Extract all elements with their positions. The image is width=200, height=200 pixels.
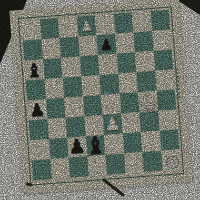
board-square-f2[interactable] [122, 132, 142, 153]
board-square-g6[interactable] [135, 51, 155, 72]
chess-board: ♟♟♝♟♚♟♟♝ [9, 0, 192, 194]
board-square-f1[interactable] [124, 152, 144, 173]
board-square-f5[interactable] [118, 72, 138, 93]
board-square-a2[interactable] [30, 139, 50, 160]
board-square-e5[interactable] [99, 74, 119, 95]
board-square-g3[interactable] [139, 111, 159, 132]
board-square-c8[interactable] [58, 17, 78, 38]
board-square-d2[interactable]: ♝ [85, 135, 105, 156]
chess-piece-black-pawn-a4[interactable]: ♟ [29, 109, 45, 110]
board-square-c7[interactable] [60, 37, 80, 58]
board-square-f8[interactable] [113, 12, 133, 33]
board-square-e1[interactable] [105, 153, 125, 174]
chess-piece-white-pawn-e3[interactable]: ♟ [104, 123, 121, 124]
board-square-h6[interactable] [153, 50, 173, 71]
chess-piece-black-bishop-a6[interactable]: ♝ [26, 69, 43, 70]
board-square-b1[interactable] [50, 158, 70, 179]
board-square-g4[interactable]: ♚ [138, 91, 158, 112]
board-square-a1[interactable] [32, 159, 52, 180]
board-square-a5[interactable] [26, 79, 46, 100]
board-square-b5[interactable] [44, 78, 64, 99]
board-square-d8[interactable]: ♟ [76, 15, 96, 36]
board-square-g2[interactable] [141, 131, 161, 152]
board-square-c1[interactable] [69, 156, 89, 177]
board-square-f6[interactable] [116, 52, 136, 73]
board-square-e2[interactable] [104, 134, 124, 155]
board-square-d4[interactable] [82, 95, 102, 116]
chess-piece-black-pawn-c2[interactable]: ♟ [68, 146, 85, 147]
board-square-b8[interactable] [40, 18, 60, 39]
board-square-c4[interactable] [64, 96, 84, 117]
board-square-b7[interactable] [41, 38, 61, 59]
board-square-f3[interactable] [121, 112, 141, 133]
board-square-b3[interactable] [47, 118, 67, 139]
board-square-g7[interactable] [133, 31, 153, 52]
board-square-c6[interactable] [61, 57, 81, 78]
board-square-h8[interactable] [150, 10, 170, 31]
chessboard-photo-scene: ♟♟♝♟♚♟♟♝ [0, 0, 200, 200]
board-square-e8[interactable] [95, 14, 115, 35]
board-square-h3[interactable] [158, 109, 178, 130]
chess-piece-black-pawn-e7[interactable]: ♟ [100, 44, 113, 45]
board-square-h2[interactable] [159, 129, 179, 150]
chess-piece-white-pawn-d8[interactable]: ♟ [80, 25, 92, 26]
board-square-g1[interactable] [142, 151, 162, 172]
board-square-e6[interactable] [98, 54, 118, 75]
board-square-h7[interactable] [152, 30, 172, 51]
board-square-b6[interactable] [43, 58, 63, 79]
board-square-h4[interactable] [156, 89, 176, 110]
board-square-d1[interactable] [87, 155, 107, 176]
board-square-b2[interactable] [49, 138, 69, 159]
board-square-d7[interactable] [78, 35, 98, 56]
board-square-a6[interactable]: ♝ [24, 59, 44, 80]
board-square-g8[interactable] [132, 11, 152, 32]
board-square-f7[interactable] [115, 32, 135, 53]
board-square-b4[interactable] [46, 98, 66, 119]
board-square-c5[interactable] [63, 76, 83, 97]
board-grid: ♟♟♝♟♚♟♟♝ [21, 10, 181, 181]
board-square-d5[interactable] [81, 75, 101, 96]
border-marking [176, 68, 183, 98]
board-square-h5[interactable] [155, 70, 175, 91]
board-square-a4[interactable]: ♟ [27, 99, 47, 120]
board-square-e3[interactable]: ♟ [102, 114, 122, 135]
chess-piece-black-bishop-d2[interactable]: ♝ [85, 144, 106, 146]
board-square-a3[interactable] [29, 119, 49, 140]
board-square-d6[interactable] [79, 55, 99, 76]
board-square-e7[interactable]: ♟ [96, 34, 116, 55]
chess-piece-white-king-g4[interactable]: ♚ [137, 100, 158, 102]
board-square-a8[interactable] [21, 19, 41, 40]
